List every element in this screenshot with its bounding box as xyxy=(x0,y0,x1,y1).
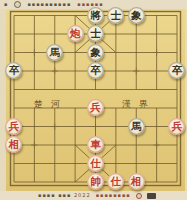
piece-black-elephant[interactable]: 象 xyxy=(128,7,145,24)
piece-label: 象 xyxy=(90,43,101,60)
photo-watermark xyxy=(147,193,156,199)
piece-red-elephant[interactable]: 相 xyxy=(5,136,22,153)
piece-black-soldier[interactable]: 卒 xyxy=(87,62,104,79)
piece-label: 炮 xyxy=(70,25,81,42)
piece-black-soldier[interactable]: 卒 xyxy=(5,62,22,79)
piece-red-advisor[interactable]: 仕 xyxy=(87,155,104,172)
top-event-text: ▪▪▪▪▪▪▪▪▪▪ xyxy=(27,2,71,7)
piece-label: 仕 xyxy=(111,173,122,190)
piece-label: 將 xyxy=(90,6,101,23)
event-logo-icon xyxy=(14,1,21,8)
piece-label: 卒 xyxy=(90,62,101,79)
piece-label: 馬 xyxy=(131,117,142,134)
piece-red-king[interactable]: 帥 xyxy=(87,173,104,190)
piece-label: 兵 xyxy=(9,117,20,134)
piece-layer: 將士象炮士馬象卒卒卒兵兵馬兵相車仕帥仕相 xyxy=(4,6,187,191)
piece-label: 士 xyxy=(111,6,122,23)
piece-black-king[interactable]: 將 xyxy=(87,7,104,24)
piece-label: 仕 xyxy=(90,154,101,171)
piece-label: 卒 xyxy=(9,62,20,79)
bottom-margin: ▪▪▪▪ ▪▪▪ 2022 ▪▪▪▪▪▪▪▪ xyxy=(0,191,187,200)
piece-black-advisor[interactable]: 士 xyxy=(107,7,124,24)
piece-label: 相 xyxy=(9,136,20,153)
piece-red-elephant[interactable]: 相 xyxy=(128,173,145,190)
piece-black-horse[interactable]: 馬 xyxy=(46,44,63,61)
piece-label: 兵 xyxy=(172,117,183,134)
piece-label: 相 xyxy=(131,173,142,190)
piece-black-elephant[interactable]: 象 xyxy=(87,44,104,61)
piece-label: 車 xyxy=(90,136,101,153)
piece-label: 士 xyxy=(90,25,101,42)
piece-red-rook[interactable]: 車 xyxy=(87,136,104,153)
bottom-event-text: ▪▪▪▪ ▪▪▪ 2022 xyxy=(38,193,91,198)
top-left-mark: ▪ xyxy=(4,2,8,7)
event-emblem-icon xyxy=(136,193,142,199)
piece-red-soldier[interactable]: 兵 xyxy=(5,118,22,135)
piece-red-cannon[interactable]: 炮 xyxy=(67,25,84,42)
piece-black-horse[interactable]: 馬 xyxy=(128,118,145,135)
piece-red-soldier[interactable]: 兵 xyxy=(168,118,185,135)
piece-label: 馬 xyxy=(49,43,60,60)
piece-red-advisor[interactable]: 仕 xyxy=(107,173,124,190)
piece-red-soldier[interactable]: 兵 xyxy=(87,99,104,116)
piece-black-advisor[interactable]: 士 xyxy=(87,25,104,42)
piece-label: 象 xyxy=(131,6,142,23)
xiangqi-board-photo: 楚河 漢界 將士象炮士馬象卒卒卒兵兵馬兵相車仕帥仕相 ▪ ▪▪▪▪▪▪▪▪▪▪ … xyxy=(0,0,187,200)
piece-label: 兵 xyxy=(90,99,101,116)
bottom-event-text-2: ▪▪▪▪▪▪▪▪ xyxy=(96,193,131,198)
piece-label: 帥 xyxy=(90,173,101,190)
piece-label: 卒 xyxy=(172,62,183,79)
piece-black-soldier[interactable]: 卒 xyxy=(168,62,185,79)
